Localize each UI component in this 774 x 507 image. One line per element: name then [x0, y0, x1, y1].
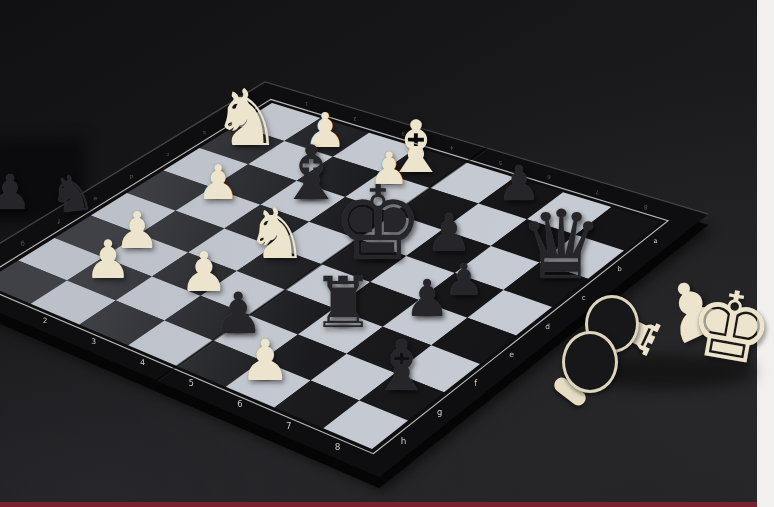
near-coordinate-label-8: 8 — [335, 442, 341, 452]
far-coordinate-label-6: 6 — [547, 174, 551, 180]
near-coordinate-label-e: e — [509, 350, 514, 359]
piece-white-pawn-g2: ♟ — [84, 233, 132, 286]
piece-white-pawn-d2: ♟ — [196, 158, 239, 206]
far-coordinate-label-g: g — [21, 239, 25, 247]
near-coordinate-label-f: f — [474, 378, 477, 388]
far-coordinate-label-c: c — [166, 152, 169, 158]
piece-white-knight-b1: ♞ — [212, 79, 282, 157]
piece-white-knight-e4: ♞ — [246, 199, 309, 269]
piece-black-pawn: ♟ — [0, 168, 32, 216]
near-coordinate-label-d: d — [545, 322, 550, 331]
far-coordinate-label-8: 8 — [644, 204, 648, 211]
near-coordinate-label-6: 6 — [237, 399, 242, 409]
near-coordinate-label-5: 5 — [189, 378, 194, 388]
near-coordinate-label-b: b — [617, 265, 621, 273]
piece-black-knight: ♞ — [47, 167, 97, 221]
near-coordinate-label-a: a — [654, 237, 658, 245]
far-coordinate-label-2: 2 — [353, 116, 356, 122]
piece-white-king: ♚ — [681, 273, 774, 381]
piece-black-pawn-e7: ♟ — [404, 273, 450, 324]
far-coordinate-label-d: d — [129, 174, 133, 180]
near-coordinate-label-4: 4 — [140, 358, 145, 367]
piece-black-pawn-c6: ♟ — [426, 207, 473, 259]
near-coordinate-label-h: h — [401, 436, 407, 446]
near-coordinate-label-3: 3 — [91, 337, 96, 346]
piece-black-pawn-d7: ♟ — [444, 258, 483, 302]
piece-white-pawn-h6: ♟ — [239, 332, 290, 389]
image-bottom-edge-strip — [0, 502, 757, 507]
near-coordinate-label-g: g — [437, 407, 442, 417]
fallen-piece-felt-base — [562, 331, 618, 393]
image-right-edge-strip — [757, 0, 774, 507]
near-coordinate-label-2: 2 — [43, 316, 48, 325]
far-coordinate-label-b: b — [202, 129, 205, 135]
piece-black-rook-f6: ♜ — [312, 268, 375, 338]
product-photo-scene: 1122334455667788aabbccddeeffgghh ♞♟♝♟♟♟♝… — [0, 0, 774, 507]
piece-black-king-d5: ♚ — [332, 172, 424, 275]
near-coordinate-label-7: 7 — [286, 421, 291, 431]
piece-black-bishop-g8: ♝ — [371, 331, 434, 401]
piece-black-queen-c8: ♛ — [518, 198, 603, 293]
